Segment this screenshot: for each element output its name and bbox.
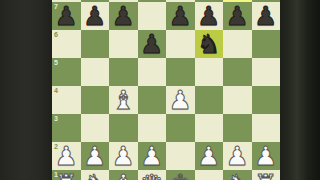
square-b1[interactable]: ♞: [81, 170, 110, 180]
square-c5[interactable]: [109, 58, 138, 86]
square-b2[interactable]: ♟: [81, 142, 110, 170]
square-g5[interactable]: [223, 58, 252, 86]
piece-black-pawn[interactable]: ♟: [169, 2, 192, 30]
square-d5[interactable]: [138, 58, 167, 86]
piece-black-pawn[interactable]: ♟: [254, 2, 277, 30]
piece-white-pawn[interactable]: ♟: [169, 86, 192, 114]
square-e2[interactable]: [166, 142, 195, 170]
background-left-panel: [0, 0, 52, 180]
square-g6[interactable]: [223, 30, 252, 58]
piece-white-knight[interactable]: ♞: [226, 170, 249, 180]
square-f2[interactable]: ♟: [195, 142, 224, 170]
piece-white-pawn[interactable]: ♟: [140, 142, 163, 170]
rank-label-1: 1: [54, 170, 58, 179]
square-c4[interactable]: ♝: [109, 86, 138, 114]
square-g4[interactable]: [223, 86, 252, 114]
piece-white-pawn[interactable]: ♟: [197, 142, 220, 170]
piece-white-rook[interactable]: ♜: [55, 170, 78, 180]
piece-black-pawn[interactable]: ♟: [83, 2, 106, 30]
piece-white-king[interactable]: ♚: [169, 170, 192, 180]
rank-label-6: 6: [54, 30, 58, 39]
square-d1[interactable]: ♛: [138, 170, 167, 180]
square-h1[interactable]: ♜: [252, 170, 281, 180]
square-a1[interactable]: 1♜: [52, 170, 81, 180]
piece-white-rook[interactable]: ♜: [254, 170, 277, 180]
square-d2[interactable]: ♟: [138, 142, 167, 170]
square-b6[interactable]: [81, 30, 110, 58]
piece-black-pawn[interactable]: ♟: [197, 2, 220, 30]
piece-white-pawn[interactable]: ♟: [112, 142, 135, 170]
square-e1[interactable]: ♚: [166, 170, 195, 180]
square-g3[interactable]: [223, 114, 252, 142]
square-f7[interactable]: ♟: [195, 2, 224, 30]
rank-label-4: 4: [54, 86, 58, 95]
piece-black-pawn[interactable]: ♟: [112, 2, 135, 30]
square-e7[interactable]: ♟: [166, 2, 195, 30]
rank-label-2: 2: [54, 142, 58, 151]
square-f4[interactable]: [195, 86, 224, 114]
square-a4[interactable]: 4: [52, 86, 81, 114]
square-h3[interactable]: [252, 114, 281, 142]
rank-label-3: 3: [54, 114, 58, 123]
piece-white-bishop[interactable]: ♝: [112, 86, 135, 114]
square-c7[interactable]: ♟: [109, 2, 138, 30]
square-b3[interactable]: [81, 114, 110, 142]
piece-white-pawn[interactable]: ♟: [226, 142, 249, 170]
piece-white-bishop[interactable]: ♝: [112, 170, 135, 180]
square-h4[interactable]: [252, 86, 281, 114]
square-a6[interactable]: 6: [52, 30, 81, 58]
rank-label-7: 7: [54, 2, 58, 11]
square-a5[interactable]: 5: [52, 58, 81, 86]
piece-white-pawn[interactable]: ♟: [254, 142, 277, 170]
square-g2[interactable]: ♟: [223, 142, 252, 170]
piece-white-knight[interactable]: ♞: [83, 170, 106, 180]
piece-white-pawn[interactable]: ♟: [83, 142, 106, 170]
square-e6[interactable]: [166, 30, 195, 58]
piece-white-pawn[interactable]: ♟: [55, 142, 78, 170]
rank-label-5: 5: [54, 58, 58, 67]
square-c6[interactable]: [109, 30, 138, 58]
chess-board: ♜♞♝♛♚♝♜7♟♟♟♟♟♟♟6♟♞54♝♟32♟♟♟♟♟♟♟1♜♞♝♛♚♞♜: [52, 0, 280, 180]
square-g1[interactable]: ♞: [223, 170, 252, 180]
piece-black-knight[interactable]: ♞: [197, 30, 220, 58]
square-h7[interactable]: ♟: [252, 2, 281, 30]
square-c3[interactable]: [109, 114, 138, 142]
square-f3[interactable]: [195, 114, 224, 142]
square-e4[interactable]: ♟: [166, 86, 195, 114]
square-f6[interactable]: ♞: [195, 30, 224, 58]
square-a7[interactable]: 7♟: [52, 2, 81, 30]
square-a3[interactable]: 3: [52, 114, 81, 142]
square-e3[interactable]: [166, 114, 195, 142]
square-g7[interactable]: ♟: [223, 2, 252, 30]
square-h5[interactable]: [252, 58, 281, 86]
square-b4[interactable]: [81, 86, 110, 114]
square-h6[interactable]: [252, 30, 281, 58]
square-d6[interactable]: ♟: [138, 30, 167, 58]
square-b5[interactable]: [81, 58, 110, 86]
square-c2[interactable]: ♟: [109, 142, 138, 170]
piece-white-queen[interactable]: ♛: [140, 170, 163, 180]
square-f1[interactable]: [195, 170, 224, 180]
square-f5[interactable]: [195, 58, 224, 86]
square-d4[interactable]: [138, 86, 167, 114]
square-d7[interactable]: [138, 2, 167, 30]
square-a2[interactable]: 2♟: [52, 142, 81, 170]
square-b7[interactable]: ♟: [81, 2, 110, 30]
background-right-panel: [280, 0, 320, 180]
square-c1[interactable]: ♝: [109, 170, 138, 180]
piece-black-pawn[interactable]: ♟: [55, 2, 78, 30]
video-frame: ♜♞♝♛♚♝♜7♟♟♟♟♟♟♟6♟♞54♝♟32♟♟♟♟♟♟♟1♜♞♝♛♚♞♜: [0, 0, 320, 180]
square-e5[interactable]: [166, 58, 195, 86]
piece-black-pawn[interactable]: ♟: [226, 2, 249, 30]
square-d3[interactable]: [138, 114, 167, 142]
square-h2[interactable]: ♟: [252, 142, 281, 170]
piece-black-pawn[interactable]: ♟: [140, 30, 163, 58]
